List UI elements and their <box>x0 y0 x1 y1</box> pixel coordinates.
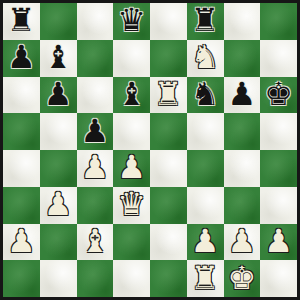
square-e3[interactable] <box>150 187 187 224</box>
square-c1[interactable] <box>77 260 114 297</box>
square-d8[interactable]: ♛ <box>113 3 150 40</box>
black-pawn-piece[interactable]: ♟ <box>7 41 36 73</box>
square-e1[interactable] <box>150 260 187 297</box>
white-pawn-piece[interactable]: ♟ <box>81 151 110 183</box>
square-e2[interactable] <box>150 224 187 261</box>
square-d3[interactable]: ♛ <box>113 187 150 224</box>
square-d1[interactable] <box>113 260 150 297</box>
square-f7[interactable]: ♞ <box>187 40 224 77</box>
square-e5[interactable] <box>150 113 187 150</box>
black-queen-piece[interactable]: ♛ <box>117 4 146 36</box>
black-king-piece[interactable]: ♚ <box>264 78 293 110</box>
white-king-piece[interactable]: ♚ <box>228 262 257 294</box>
square-d2[interactable] <box>113 224 150 261</box>
square-f6[interactable]: ♞ <box>187 77 224 114</box>
square-a7[interactable]: ♟ <box>3 40 40 77</box>
white-rook-piece[interactable]: ♜ <box>191 262 220 294</box>
square-c8[interactable] <box>77 3 114 40</box>
square-c7[interactable] <box>77 40 114 77</box>
square-h1[interactable] <box>260 260 297 297</box>
square-g1[interactable]: ♚ <box>224 260 261 297</box>
square-f5[interactable] <box>187 113 224 150</box>
square-d5[interactable] <box>113 113 150 150</box>
square-f3[interactable] <box>187 187 224 224</box>
square-g6[interactable]: ♟ <box>224 77 261 114</box>
square-b1[interactable] <box>40 260 77 297</box>
white-queen-piece[interactable]: ♛ <box>117 188 146 220</box>
white-rook-piece[interactable]: ♜ <box>154 78 183 110</box>
chess-board-frame: ♜♛♜♟♝♞♟♝♜♞♟♚♟♟♟♟♛♟♝♟♟♟♜♚ <box>0 0 300 300</box>
square-e6[interactable]: ♜ <box>150 77 187 114</box>
square-a3[interactable] <box>3 187 40 224</box>
square-a5[interactable] <box>3 113 40 150</box>
square-c3[interactable] <box>77 187 114 224</box>
square-f2[interactable]: ♟ <box>187 224 224 261</box>
square-b3[interactable]: ♟ <box>40 187 77 224</box>
square-g4[interactable] <box>224 150 261 187</box>
black-rook-piece[interactable]: ♜ <box>7 4 36 36</box>
white-knight-piece[interactable]: ♞ <box>191 41 220 73</box>
square-b6[interactable]: ♟ <box>40 77 77 114</box>
black-pawn-piece[interactable]: ♟ <box>44 78 73 110</box>
square-g8[interactable] <box>224 3 261 40</box>
white-pawn-piece[interactable]: ♟ <box>7 225 36 257</box>
black-knight-piece[interactable]: ♞ <box>191 78 220 110</box>
chess-board: ♜♛♜♟♝♞♟♝♜♞♟♚♟♟♟♟♛♟♝♟♟♟♜♚ <box>3 3 297 297</box>
square-d7[interactable] <box>113 40 150 77</box>
square-g2[interactable]: ♟ <box>224 224 261 261</box>
square-f4[interactable] <box>187 150 224 187</box>
black-bishop-piece[interactable]: ♝ <box>117 78 146 110</box>
square-c5[interactable]: ♟ <box>77 113 114 150</box>
square-g3[interactable] <box>224 187 261 224</box>
white-pawn-piece[interactable]: ♟ <box>191 225 220 257</box>
square-a2[interactable]: ♟ <box>3 224 40 261</box>
square-h6[interactable]: ♚ <box>260 77 297 114</box>
square-c2[interactable]: ♝ <box>77 224 114 261</box>
square-a6[interactable] <box>3 77 40 114</box>
square-h7[interactable] <box>260 40 297 77</box>
square-h2[interactable]: ♟ <box>260 224 297 261</box>
square-a4[interactable] <box>3 150 40 187</box>
square-e4[interactable] <box>150 150 187 187</box>
square-e8[interactable] <box>150 3 187 40</box>
square-d6[interactable]: ♝ <box>113 77 150 114</box>
white-pawn-piece[interactable]: ♟ <box>228 225 257 257</box>
square-d4[interactable]: ♟ <box>113 150 150 187</box>
square-h8[interactable] <box>260 3 297 40</box>
square-g5[interactable] <box>224 113 261 150</box>
square-h5[interactable] <box>260 113 297 150</box>
square-h4[interactable] <box>260 150 297 187</box>
white-pawn-piece[interactable]: ♟ <box>117 151 146 183</box>
square-h3[interactable] <box>260 187 297 224</box>
square-b2[interactable] <box>40 224 77 261</box>
square-e7[interactable] <box>150 40 187 77</box>
white-pawn-piece[interactable]: ♟ <box>264 225 293 257</box>
square-f8[interactable]: ♜ <box>187 3 224 40</box>
square-b8[interactable] <box>40 3 77 40</box>
square-c4[interactable]: ♟ <box>77 150 114 187</box>
white-pawn-piece[interactable]: ♟ <box>44 188 73 220</box>
square-c6[interactable] <box>77 77 114 114</box>
square-a1[interactable] <box>3 260 40 297</box>
black-pawn-piece[interactable]: ♟ <box>228 78 257 110</box>
white-bishop-piece[interactable]: ♝ <box>81 225 110 257</box>
square-b4[interactable] <box>40 150 77 187</box>
square-f1[interactable]: ♜ <box>187 260 224 297</box>
square-a8[interactable]: ♜ <box>3 3 40 40</box>
black-rook-piece[interactable]: ♜ <box>191 4 220 36</box>
square-b7[interactable]: ♝ <box>40 40 77 77</box>
square-b5[interactable] <box>40 113 77 150</box>
black-pawn-piece[interactable]: ♟ <box>81 115 110 147</box>
black-bishop-piece[interactable]: ♝ <box>44 41 73 73</box>
square-g7[interactable] <box>224 40 261 77</box>
